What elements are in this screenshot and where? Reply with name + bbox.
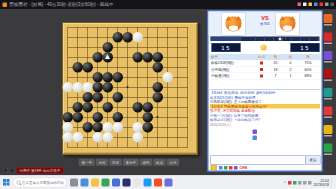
control-button[interactable]: 棋谱 — [154, 159, 166, 166]
control-button[interactable]: 后退 — [96, 159, 108, 166]
stone-white — [62, 122, 73, 133]
shortcut-green-plant-icon[interactable] — [324, 144, 333, 153]
title-bar: 野狐围棋 - [对局] - 40分30秒 读秒(3次60秒) - 观战中 — [0, 0, 336, 9]
status-bar: 对局中 第78手 轮白方落子 — [16, 167, 64, 174]
white-player-avatar — [276, 13, 300, 36]
show-desktop-button[interactable] — [331, 178, 333, 188]
grid-line — [68, 147, 189, 148]
shortcut-purple-icon[interactable] — [324, 51, 333, 60]
grid-line — [178, 27, 179, 148]
window-control-icon[interactable] — [298, 3, 302, 7]
table-cell: 1 — [283, 73, 298, 79]
stone-black — [82, 62, 93, 73]
window-control-icon[interactable] — [303, 3, 307, 7]
star-point — [157, 116, 159, 118]
fox-snout — [229, 26, 238, 32]
stone-black — [142, 52, 153, 63]
desktop-icon-label — [324, 80, 332, 82]
shortcut-crimson-icon[interactable] — [324, 107, 333, 116]
shortcut-orange-icon[interactable] — [324, 14, 333, 23]
search-placeholder: 在这里输入你要搜索的内容 — [22, 180, 64, 185]
stone-black — [72, 112, 83, 123]
table-cell — [255, 73, 268, 79]
stone-white — [102, 132, 113, 143]
table-cell: 88% — [298, 73, 318, 79]
taskbar-app-icon[interactable] — [102, 179, 110, 187]
player-info-table: 棋手标记胜负率弈狐2318(9段)25075%云中鹤(9段)18260%小棋圣(… — [210, 54, 321, 80]
white-timer: 15 — [291, 43, 320, 52]
taskbar-app-icon[interactable] — [112, 179, 120, 187]
desktop-icon-label — [324, 117, 332, 119]
status-row: 对局中 第78手 轮白方落子 — [3, 167, 64, 174]
timers-row: 15 15 — [209, 42, 322, 53]
taskbar-app-icon[interactable] — [123, 179, 131, 187]
score-gauge — [211, 37, 320, 42]
window-control-icon[interactable] — [325, 3, 329, 7]
tray-icon[interactable] — [293, 181, 297, 185]
shortcut-yellow-icon[interactable] — [324, 125, 333, 134]
stone-black — [102, 102, 113, 113]
stone-black — [112, 92, 123, 103]
chat-area[interactable]: 【系统】欢迎观战: 40分30秒 读秒3次60秒弈友8421(5段): 黑棋中腹… — [210, 90, 321, 128]
window-control-icon[interactable] — [314, 3, 318, 7]
taskbar-app-icon[interactable] — [165, 179, 173, 187]
grid-line — [188, 27, 189, 148]
fox-go-logo-icon — [3, 2, 8, 7]
table-row: 小棋圣(7段)7188% — [210, 73, 321, 80]
taskbar-app-icon[interactable] — [70, 179, 78, 187]
screen: 野狐围棋 - [对局] - 40分30秒 读秒(3次60秒) - 观战中 第一手… — [0, 0, 336, 189]
taskbar-app-icon[interactable] — [91, 179, 99, 187]
stone-white — [92, 132, 103, 143]
stone-black — [92, 82, 103, 93]
taskbar-app-icon[interactable] — [81, 179, 89, 187]
stone-white — [72, 82, 83, 93]
clock-date: 2023/6/18 — [313, 183, 329, 188]
grid-line — [168, 27, 169, 148]
taskbar-app-icon[interactable] — [144, 179, 152, 187]
table-cell: 2 — [283, 67, 298, 73]
stone-black — [152, 52, 163, 63]
tray-icon[interactable] — [288, 181, 292, 185]
status-pin-icon[interactable] — [10, 168, 15, 173]
send-button[interactable]: 发送 — [306, 156, 321, 165]
control-button[interactable]: 最后手 — [123, 159, 139, 166]
taskbar-search[interactable]: 在这里输入你要搜索的内容 — [13, 178, 67, 188]
stone-black — [142, 122, 153, 133]
desktop-icon-label — [324, 61, 332, 63]
chn-label: CHN — [240, 166, 248, 170]
game-control-buttons: 第一手后退前进最后手研究棋谱申请 — [79, 159, 179, 166]
taskbar-app-icons — [70, 179, 173, 187]
stone-black — [122, 32, 133, 43]
stone-white — [72, 132, 83, 143]
red-marker-icon — [260, 75, 263, 78]
players-area: VS 第78手 — [209, 12, 322, 36]
shortcut-darkred-icon[interactable] — [324, 70, 333, 79]
tray-icons — [288, 181, 312, 185]
stone-white — [102, 122, 113, 133]
stone-black — [82, 102, 93, 113]
stone-black — [102, 52, 113, 63]
timer-center-icon — [261, 45, 267, 51]
control-button[interactable]: 第一手 — [79, 159, 95, 166]
fox-avatar-icon — [280, 17, 296, 32]
black-player-avatar — [222, 13, 246, 36]
stone-black — [102, 72, 113, 83]
chat-toolbar: CHN — [210, 165, 322, 171]
search-icon — [17, 181, 21, 185]
table-cell: 小棋圣(7段) — [210, 73, 256, 79]
stone-black — [152, 82, 163, 93]
window-title: 野狐围棋 - [对局] - 40分30秒 读秒(3次60秒) - 观战中 — [10, 1, 114, 8]
table-cell: 18 — [268, 67, 283, 73]
board-grid — [68, 27, 188, 147]
taskbar-clock[interactable]: 22:04 2023/6/18 — [313, 178, 329, 187]
control-button[interactable]: 前进 — [110, 159, 122, 166]
stone-white — [82, 82, 93, 93]
system-tray: ^ 22:04 2023/6/18 — [284, 178, 333, 188]
table-cell: 弈狐2318(9段) — [210, 60, 256, 66]
go-board[interactable] — [62, 22, 198, 155]
taskbar: 在这里输入你要搜索的内容 ^ 22:04 2023/6/18 — [0, 175, 336, 189]
desktop-icon-label — [324, 135, 332, 137]
window-control-icon[interactable] — [331, 3, 335, 7]
stone-black — [92, 112, 103, 123]
tray-icon[interactable] — [308, 181, 312, 185]
chat-line: 观战(1024人) — [210, 122, 320, 127]
red-marker-icon — [260, 68, 263, 71]
grid-line — [68, 117, 189, 118]
tray-icon[interactable] — [298, 181, 302, 185]
stone-black — [152, 62, 163, 73]
stone-black — [132, 102, 143, 113]
stone-white — [62, 132, 73, 143]
taskbar-app-icon[interactable] — [154, 179, 162, 187]
status-close-icon[interactable] — [3, 168, 8, 173]
stone-black — [62, 112, 73, 123]
table-cell: 7 — [268, 73, 283, 79]
taskbar-app-icon[interactable] — [133, 179, 141, 187]
table-cell — [255, 60, 268, 66]
window-control-icon[interactable] — [320, 3, 324, 7]
table-cell: 0 — [283, 60, 298, 66]
grid-line — [68, 137, 189, 138]
stone-white — [112, 122, 123, 133]
fox-snout — [283, 26, 292, 32]
game-info-panel: VS 第78手 15 15 棋手标记胜负率弈狐2318(9段)25075%云中鹤… — [207, 10, 323, 172]
table-cell: 25 — [268, 60, 283, 66]
stone-black — [102, 42, 113, 53]
stone-black — [132, 52, 143, 63]
black-stone-indicator-icon — [285, 37, 288, 40]
stone-black — [102, 82, 113, 93]
control-button[interactable]: 申请 — [167, 159, 179, 166]
chat-emote-icons — [253, 130, 258, 141]
star-point — [127, 86, 129, 88]
gauge-segment — [211, 37, 242, 42]
chat-tool-icon[interactable] — [234, 166, 238, 170]
desktop-icon-label — [324, 24, 332, 26]
black-timer: 15 — [212, 43, 241, 52]
stone-white — [132, 132, 143, 143]
chat-tool-icon[interactable] — [229, 166, 233, 170]
chat-tool-icon[interactable] — [224, 166, 228, 170]
emote-purple-icon[interactable] — [253, 130, 258, 135]
chat-tool-icon[interactable] — [219, 166, 223, 170]
shortcut-teal-icon[interactable] — [324, 88, 333, 97]
table-cell: 75% — [298, 60, 318, 66]
stone-black — [92, 52, 103, 63]
fox-avatar-icon — [226, 17, 242, 32]
last-move-triangle-marker — [105, 54, 110, 59]
stone-black — [92, 122, 103, 133]
red-marker-icon — [260, 62, 263, 65]
chat-input[interactable] — [211, 156, 306, 165]
desktop-icon-label — [324, 154, 332, 156]
desktop-icon-label — [324, 98, 332, 100]
window-control-icon[interactable] — [309, 3, 313, 7]
stone-white — [132, 32, 143, 43]
tray-expand-icon[interactable]: ^ — [284, 180, 286, 185]
desktop-icon-label — [324, 43, 332, 45]
window-controls — [298, 3, 335, 7]
stone-white — [162, 72, 173, 83]
start-button[interactable] — [3, 179, 10, 186]
stone-black — [92, 92, 103, 103]
stone-black — [112, 112, 123, 123]
stone-black — [142, 102, 153, 113]
stone-black — [72, 62, 83, 73]
chat-tool-icons — [219, 166, 238, 170]
white-stone-indicator-icon — [279, 37, 282, 40]
stone-black — [142, 112, 153, 123]
shortcut-red-icon[interactable] — [324, 33, 333, 42]
stone-black — [92, 72, 103, 83]
control-button[interactable]: 研究 — [140, 159, 152, 166]
stone-black — [112, 32, 123, 43]
table-cell — [255, 67, 268, 73]
stone-black — [82, 122, 93, 133]
folder-icon[interactable] — [211, 165, 218, 170]
stone-black — [152, 92, 163, 103]
emote-blue-icon[interactable] — [253, 136, 258, 141]
stone-black — [72, 102, 83, 113]
stone-white — [62, 82, 73, 93]
tray-icon[interactable] — [303, 181, 307, 185]
stone-white — [132, 122, 143, 133]
table-cell: 云中鹤(9段) — [210, 67, 256, 73]
stone-black — [82, 92, 93, 103]
stone-black — [112, 72, 123, 83]
table-cell: 60% — [298, 67, 318, 73]
